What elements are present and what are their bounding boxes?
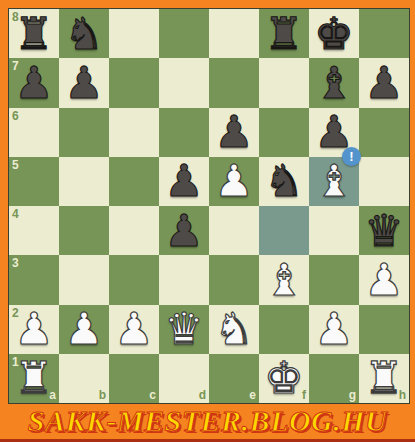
square-f7[interactable] xyxy=(259,58,309,107)
square-f3[interactable]: ♝ xyxy=(259,255,309,304)
square-e5[interactable]: ♟ xyxy=(209,157,259,206)
watermark-banner: SAKK-MESTER.BLOG.HU xyxy=(0,404,415,442)
file-label-f: f xyxy=(302,388,306,402)
square-a6[interactable]: 6 xyxy=(9,108,59,157)
square-c1[interactable]: c xyxy=(109,354,159,403)
square-b5[interactable] xyxy=(59,157,109,206)
square-c2[interactable]: ♟ xyxy=(109,305,159,354)
rank-label-6: 6 xyxy=(12,109,19,123)
piece-white-queen[interactable]: ♛ xyxy=(159,305,209,354)
piece-white-knight[interactable]: ♞ xyxy=(209,305,259,354)
square-e7[interactable] xyxy=(209,58,259,107)
square-b2[interactable]: ♟ xyxy=(59,305,109,354)
square-d1[interactable]: d xyxy=(159,354,209,403)
piece-black-king[interactable]: ♚ xyxy=(309,9,359,58)
square-b7[interactable]: ♟ xyxy=(59,58,109,107)
square-d6[interactable] xyxy=(159,108,209,157)
square-d8[interactable] xyxy=(159,9,209,58)
square-g8[interactable]: ♚ xyxy=(309,9,359,58)
square-d7[interactable] xyxy=(159,58,209,107)
square-c8[interactable] xyxy=(109,9,159,58)
file-label-h: h xyxy=(399,388,406,402)
square-f4[interactable] xyxy=(259,206,309,255)
square-e3[interactable] xyxy=(209,255,259,304)
square-c3[interactable] xyxy=(109,255,159,304)
square-h1[interactable]: h♜ xyxy=(359,354,409,403)
square-b6[interactable] xyxy=(59,108,109,157)
square-a8[interactable]: 8♜ xyxy=(9,9,59,58)
square-a2[interactable]: 2♟ xyxy=(9,305,59,354)
file-label-g: g xyxy=(349,388,356,402)
file-label-e: e xyxy=(249,388,256,402)
piece-white-pawn[interactable]: ♟ xyxy=(109,305,159,354)
square-d3[interactable] xyxy=(159,255,209,304)
square-d5[interactable]: ♟ xyxy=(159,157,209,206)
square-e2[interactable]: ♞ xyxy=(209,305,259,354)
piece-white-pawn[interactable]: ♟ xyxy=(309,305,359,354)
file-label-a: a xyxy=(49,388,56,402)
piece-black-pawn[interactable]: ♟ xyxy=(159,157,209,206)
square-a4[interactable]: 4 xyxy=(9,206,59,255)
square-a3[interactable]: 3 xyxy=(9,255,59,304)
piece-white-pawn[interactable]: ♟ xyxy=(359,255,409,304)
square-a5[interactable]: 5 xyxy=(9,157,59,206)
square-f8[interactable]: ♜ xyxy=(259,9,309,58)
square-c5[interactable] xyxy=(109,157,159,206)
square-d4[interactable]: ♟ xyxy=(159,206,209,255)
square-h7[interactable]: ♟ xyxy=(359,58,409,107)
square-c4[interactable] xyxy=(109,206,159,255)
square-e1[interactable]: e xyxy=(209,354,259,403)
piece-black-pawn[interactable]: ♟ xyxy=(59,58,109,107)
square-g1[interactable]: g xyxy=(309,354,359,403)
square-h3[interactable]: ♟ xyxy=(359,255,409,304)
square-f2[interactable] xyxy=(259,305,309,354)
square-e8[interactable] xyxy=(209,9,259,58)
rank-label-4: 4 xyxy=(12,207,19,221)
square-g2[interactable]: ♟ xyxy=(309,305,359,354)
piece-black-queen[interactable]: ♛ xyxy=(359,206,409,255)
rank-label-8: 8 xyxy=(12,10,19,24)
square-b4[interactable] xyxy=(59,206,109,255)
watermark-text: SAKK-MESTER.BLOG.HU xyxy=(28,406,388,440)
square-h2[interactable] xyxy=(359,305,409,354)
square-g5[interactable]: ♝! xyxy=(309,157,359,206)
piece-black-knight[interactable]: ♞ xyxy=(59,9,109,58)
square-b3[interactable] xyxy=(59,255,109,304)
square-b1[interactable]: b xyxy=(59,354,109,403)
square-f5[interactable]: ♞ xyxy=(259,157,309,206)
square-e6[interactable]: ♟ xyxy=(209,108,259,157)
chess-app-frame: 8♜♞♜♚7♟♟♝♟6♟♟5♟♟♞♝!4♟♛3♝♟2♟♟♟♛♞♟1a♜bcdef… xyxy=(0,0,415,442)
file-label-b: b xyxy=(99,388,106,402)
square-h8[interactable] xyxy=(359,9,409,58)
square-c7[interactable] xyxy=(109,58,159,107)
square-b8[interactable]: ♞ xyxy=(59,9,109,58)
square-h6[interactable] xyxy=(359,108,409,157)
square-f6[interactable] xyxy=(259,108,309,157)
rank-label-5: 5 xyxy=(12,158,19,172)
rank-label-3: 3 xyxy=(12,256,19,270)
square-a7[interactable]: 7♟ xyxy=(9,58,59,107)
file-label-d: d xyxy=(199,388,206,402)
piece-black-rook[interactable]: ♜ xyxy=(259,9,309,58)
square-g4[interactable] xyxy=(309,206,359,255)
square-g3[interactable] xyxy=(309,255,359,304)
rank-label-2: 2 xyxy=(12,306,19,320)
square-h4[interactable]: ♛ xyxy=(359,206,409,255)
piece-black-knight[interactable]: ♞ xyxy=(259,157,309,206)
piece-black-pawn[interactable]: ♟ xyxy=(159,206,209,255)
square-e4[interactable] xyxy=(209,206,259,255)
chess-board: 8♜♞♜♚7♟♟♝♟6♟♟5♟♟♞♝!4♟♛3♝♟2♟♟♟♛♞♟1a♜bcdef… xyxy=(9,9,409,403)
square-g7[interactable]: ♝ xyxy=(309,58,359,107)
square-d2[interactable]: ♛ xyxy=(159,305,209,354)
rank-label-1: 1 xyxy=(12,355,19,369)
piece-black-pawn[interactable]: ♟ xyxy=(359,58,409,107)
file-label-c: c xyxy=(149,388,156,402)
square-f1[interactable]: f♚ xyxy=(259,354,309,403)
good-move-badge: ! xyxy=(342,147,361,166)
piece-white-bishop[interactable]: ♝ xyxy=(259,255,309,304)
piece-black-pawn[interactable]: ♟ xyxy=(209,108,259,157)
square-a1[interactable]: 1a♜ xyxy=(9,354,59,403)
piece-black-bishop[interactable]: ♝ xyxy=(309,58,359,107)
rank-label-7: 7 xyxy=(12,59,19,73)
square-h5[interactable] xyxy=(359,157,409,206)
piece-white-pawn[interactable]: ♟ xyxy=(209,157,259,206)
square-c6[interactable] xyxy=(109,108,159,157)
piece-white-pawn[interactable]: ♟ xyxy=(59,305,109,354)
